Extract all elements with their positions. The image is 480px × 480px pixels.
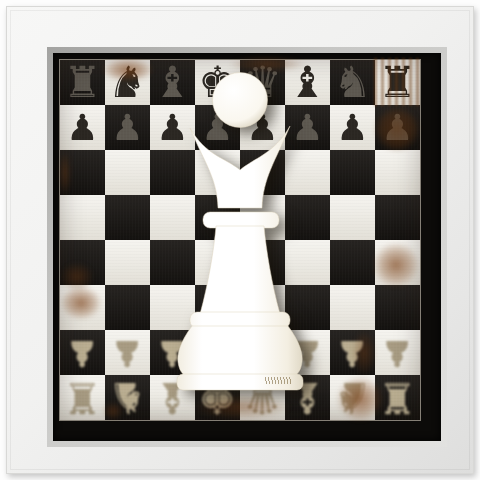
- square-a4: [60, 240, 105, 285]
- square-a5: [60, 195, 105, 240]
- queen-crown: [190, 126, 290, 208]
- piece-black-rook: ♜: [63, 61, 102, 104]
- piece-white-rook: ♜: [378, 376, 417, 419]
- square-g6: [330, 150, 375, 195]
- square-b2: ♟: [105, 330, 150, 375]
- square-h1: ♜: [375, 375, 420, 420]
- piece-black-knight: ♞: [108, 61, 147, 104]
- square-g7: ♟: [330, 105, 375, 150]
- square-b8: ♞: [105, 60, 150, 105]
- queen-collar: [203, 212, 279, 228]
- piece-white-pawn: ♟: [336, 335, 368, 371]
- square-g3: [330, 285, 375, 330]
- square-h3: [375, 285, 420, 330]
- square-b3: [105, 285, 150, 330]
- square-a6: [60, 150, 105, 195]
- square-g5: [330, 195, 375, 240]
- queen-stem: [200, 226, 280, 314]
- square-a3: [60, 285, 105, 330]
- square-a2: ♟: [60, 330, 105, 375]
- square-h8: ♜: [375, 60, 420, 105]
- piece-black-knight: ♞: [333, 61, 372, 104]
- piece-black-rook: ♜: [378, 61, 417, 104]
- square-b1: ♞: [105, 375, 150, 420]
- white-queen-centerpiece: [172, 70, 308, 395]
- square-b6: [105, 150, 150, 195]
- square-b4: [105, 240, 150, 285]
- square-g4: [330, 240, 375, 285]
- square-b5: [105, 195, 150, 240]
- piece-white-pawn: ♟: [381, 335, 413, 371]
- piece-white-knight: ♞: [108, 376, 147, 419]
- square-a8: ♜: [60, 60, 105, 105]
- piece-white-pawn: ♟: [66, 335, 98, 371]
- square-b7: ♟: [105, 105, 150, 150]
- square-h7: ♟: [375, 105, 420, 150]
- square-g8: ♞: [330, 60, 375, 105]
- queen-molding-ring: [190, 312, 290, 328]
- piece-black-pawn: ♟: [111, 110, 143, 146]
- square-g2: ♟: [330, 330, 375, 375]
- piece-black-pawn: ♟: [66, 110, 98, 146]
- queen-head-ball: [213, 73, 268, 128]
- square-a1: ♜: [60, 375, 105, 420]
- wall-background: ♜♞♝♚♛♝♞♜♟♟♟♟♟♟♟♟♟♟♟♟♟♟♟♟♜♞♝♚♛♝♞♜: [0, 0, 480, 480]
- artist-signature: [264, 377, 292, 384]
- square-h2: ♟: [375, 330, 420, 375]
- square-a7: ♟: [60, 105, 105, 150]
- piece-white-pawn: ♟: [111, 335, 143, 371]
- piece-black-pawn: ♟: [336, 110, 368, 146]
- piece-white-rook: ♜: [63, 376, 102, 419]
- queen-bell-base: [178, 326, 302, 376]
- square-h6: [375, 150, 420, 195]
- square-g1: ♞: [330, 375, 375, 420]
- square-h5: [375, 195, 420, 240]
- square-h4: [375, 240, 420, 285]
- piece-white-knight: ♞: [333, 376, 372, 419]
- piece-black-pawn: ♟: [381, 110, 413, 146]
